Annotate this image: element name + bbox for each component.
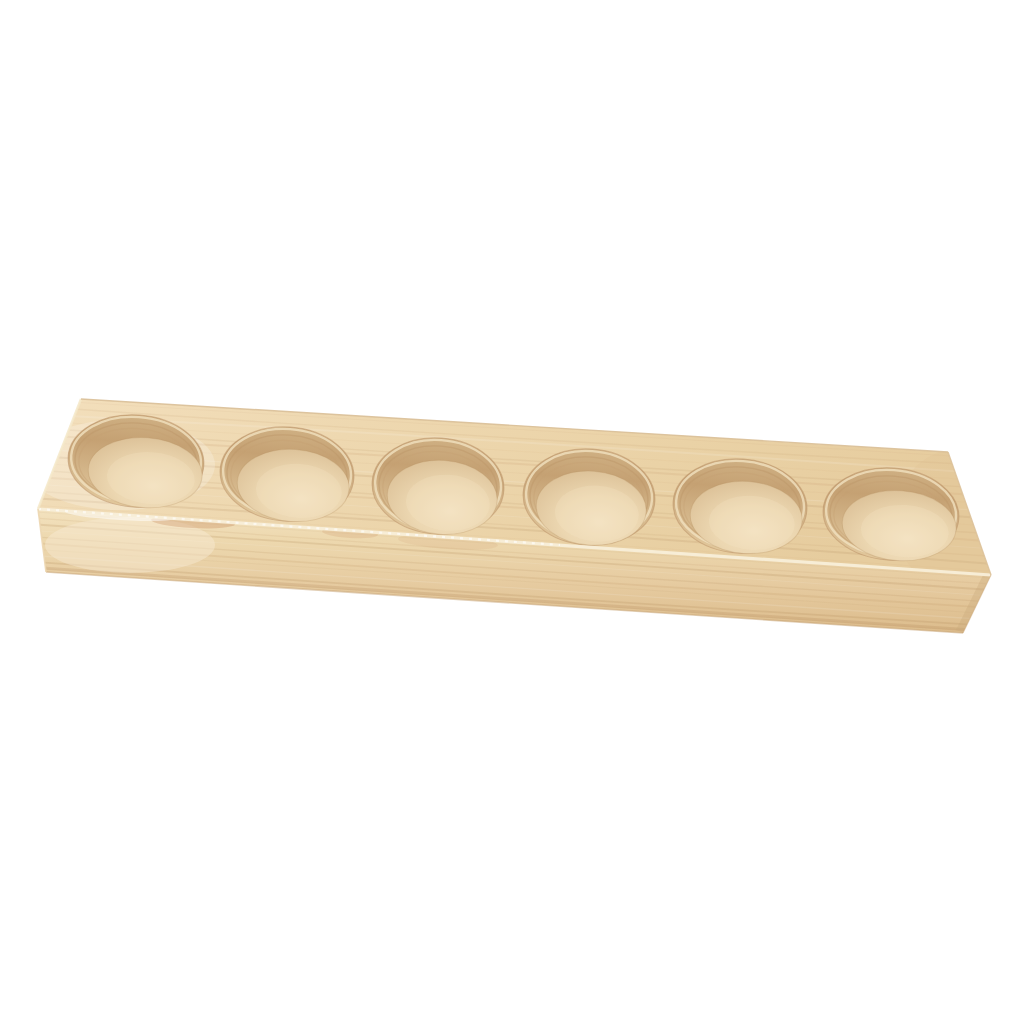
mancala-board-photo — [0, 0, 1024, 1024]
product-photo-stage — [0, 0, 1024, 1024]
